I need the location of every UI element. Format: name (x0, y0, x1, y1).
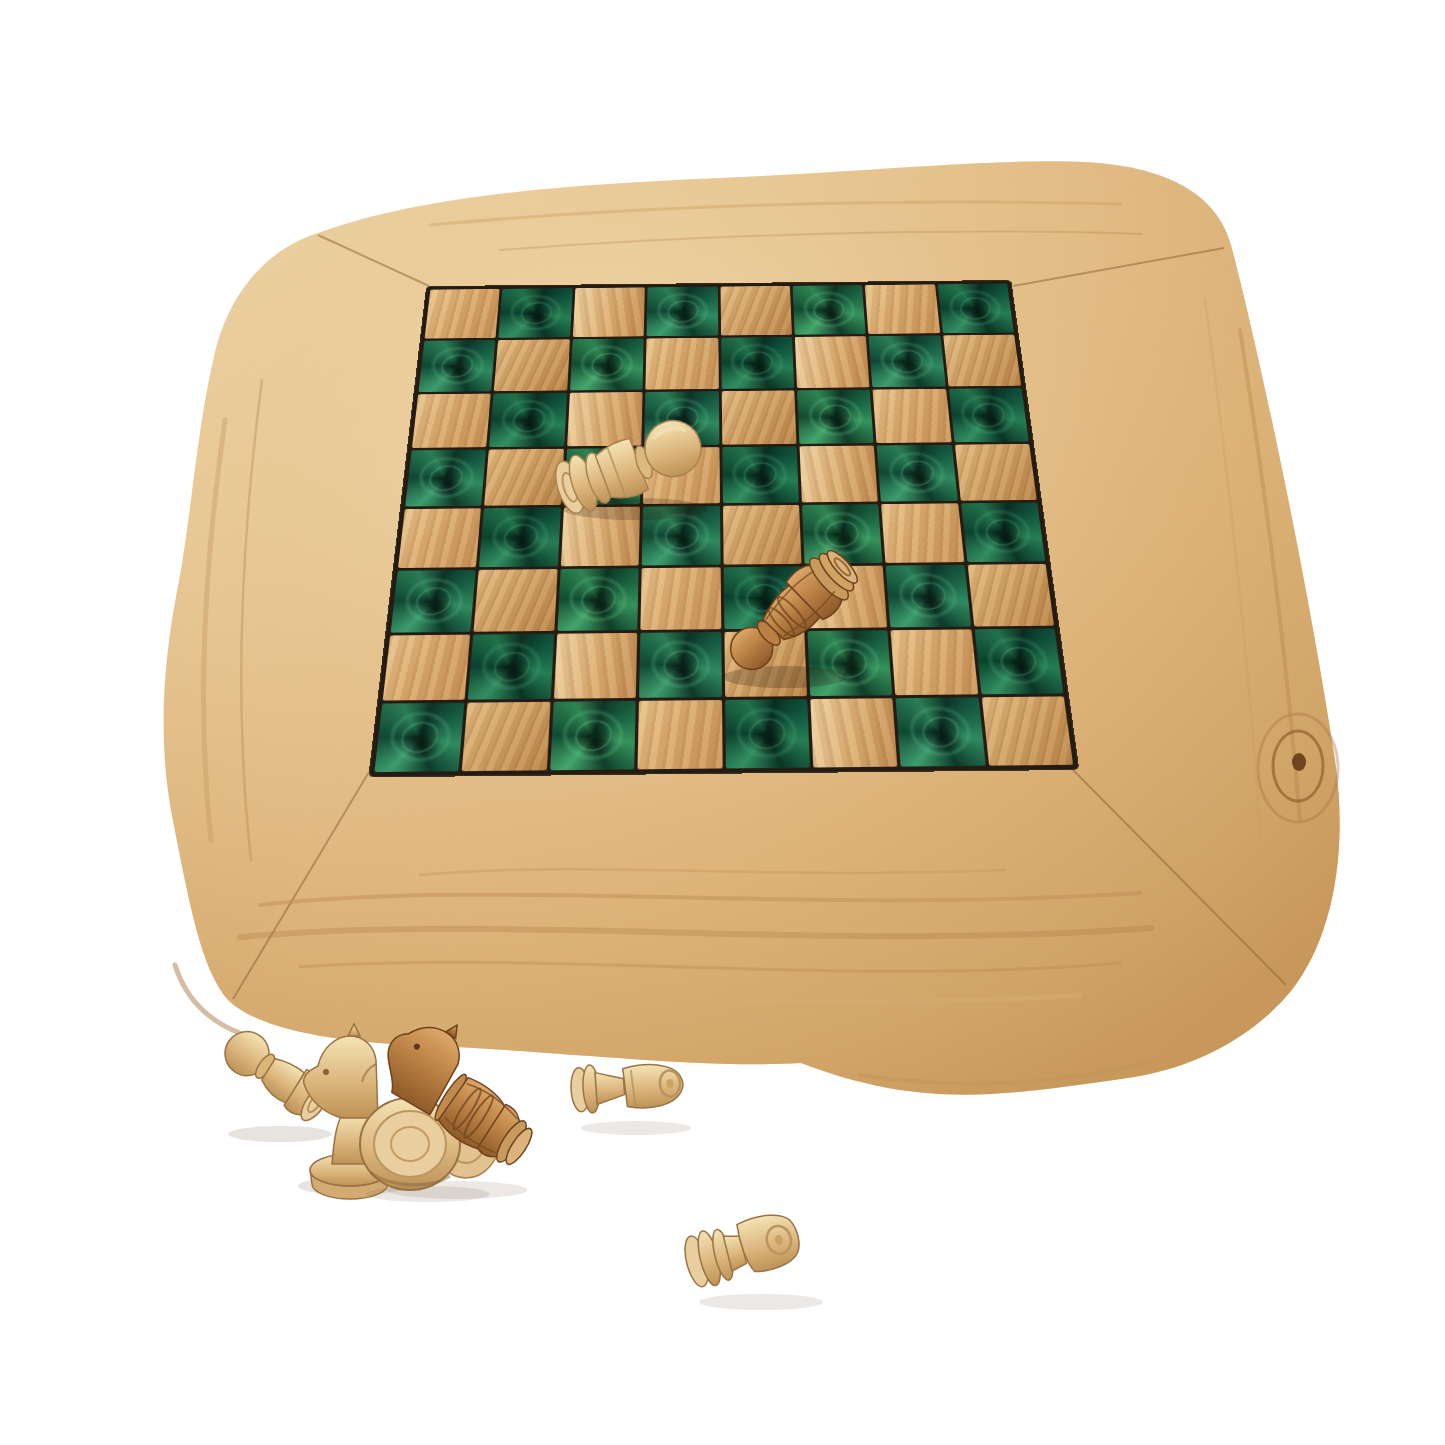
square-c2[interactable] (554, 633, 638, 699)
loose-knight-olive[interactable] (352, 1018, 557, 1208)
square-g2[interactable] (891, 629, 978, 695)
square-c7[interactable] (570, 339, 644, 391)
square-g7[interactable] (869, 335, 946, 387)
square-e1[interactable] (725, 699, 810, 768)
square-e8[interactable] (720, 286, 792, 336)
square-h5[interactable] (955, 444, 1037, 501)
fallen-pawn-light[interactable] (540, 405, 725, 530)
fallen-pawn-olive[interactable] (705, 505, 895, 705)
square-e7[interactable] (721, 337, 794, 389)
square-f5[interactable] (799, 446, 878, 503)
square-h3[interactable] (967, 564, 1054, 627)
square-h6[interactable] (949, 388, 1029, 442)
square-h8[interactable] (937, 284, 1013, 334)
square-a8[interactable] (425, 289, 500, 339)
square-g5[interactable] (877, 445, 958, 502)
square-f1[interactable] (810, 698, 897, 767)
square-a7[interactable] (418, 340, 495, 392)
square-d7[interactable] (646, 338, 719, 390)
loose-pawn-right[interactable] (566, 1036, 706, 1141)
square-g3[interactable] (886, 565, 971, 628)
photo-scene (0, 0, 1445, 1445)
square-d8[interactable] (647, 287, 718, 337)
square-e6[interactable] (721, 390, 796, 444)
square-f7[interactable] (795, 336, 870, 388)
square-h4[interactable] (961, 502, 1045, 562)
square-h1[interactable] (981, 696, 1073, 765)
square-g8[interactable] (865, 284, 940, 334)
square-c3[interactable] (557, 568, 639, 631)
square-b7[interactable] (494, 339, 570, 391)
square-f8[interactable] (793, 285, 866, 335)
loose-pawn-isolated[interactable] (676, 1176, 846, 1316)
square-b1[interactable] (462, 702, 550, 771)
square-d1[interactable] (638, 700, 722, 769)
square-g6[interactable] (873, 389, 952, 443)
square-b8[interactable] (499, 288, 573, 338)
square-a2[interactable] (383, 635, 471, 701)
square-e5[interactable] (722, 446, 799, 503)
square-g1[interactable] (896, 697, 986, 766)
square-f6[interactable] (797, 390, 874, 444)
square-h2[interactable] (974, 628, 1063, 694)
square-h7[interactable] (943, 335, 1021, 387)
square-a1[interactable] (374, 703, 464, 772)
square-a4[interactable] (398, 508, 481, 568)
square-b3[interactable] (474, 569, 558, 632)
square-c1[interactable] (550, 701, 636, 770)
square-c8[interactable] (573, 287, 645, 337)
square-a5[interactable] (405, 450, 486, 507)
square-b2[interactable] (468, 634, 554, 700)
square-a6[interactable] (412, 394, 491, 448)
square-a3[interactable] (391, 570, 476, 633)
